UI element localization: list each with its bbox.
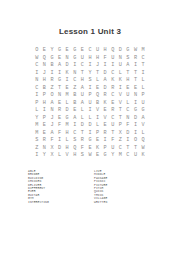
- grid-cell-r9c12: T: [117, 107, 125, 115]
- grid-cell-r2c3: G: [48, 55, 56, 63]
- grid-cell-r12c8: I: [86, 130, 94, 138]
- grid-cell-r14c10: P: [101, 145, 109, 153]
- grid-cell-r15c14: U: [132, 152, 140, 160]
- grid-cell-r9c5: D: [63, 107, 71, 115]
- grid-cell-r11c14: I: [132, 122, 140, 130]
- grid-cell-r4c11: C: [109, 70, 117, 78]
- grid-cell-r6c12: I: [117, 85, 125, 93]
- grid-cell-r7c8: P: [86, 92, 94, 100]
- grid-cell-r8c7: A: [79, 100, 87, 108]
- grid-cell-r2c4: E: [56, 55, 64, 63]
- grid-cell-r4c9: T: [94, 70, 102, 78]
- grid-cell-r13c15: Q: [139, 137, 147, 145]
- grid-cell-r2c12: N: [117, 55, 125, 63]
- grid-cell-r8c2: H: [41, 100, 49, 108]
- grid-cell-r10c3: J: [48, 115, 56, 123]
- grid-cell-r15c3: X: [48, 152, 56, 160]
- grid-cell-r4c8: Y: [86, 70, 94, 78]
- grid-cell-r2c6: G: [71, 55, 79, 63]
- grid-cell-r5c9: L: [94, 77, 102, 85]
- grid-cell-r9c11: R: [109, 107, 117, 115]
- grid-cell-r13c10: I: [101, 137, 109, 145]
- grid-cell-r8c10: K: [101, 100, 109, 108]
- grid-cell-r5c12: K: [117, 77, 125, 85]
- grid-cell-r8c15: U: [139, 100, 147, 108]
- grid-cell-r1c15: M: [139, 47, 147, 55]
- grid-cell-r4c2: J: [41, 70, 49, 78]
- grid-cell-r14c15: W: [139, 145, 147, 153]
- grid-cell-r10c2: P: [41, 115, 49, 123]
- grid-cell-r5c3: R: [48, 77, 56, 85]
- grid-cell-r12c11: T: [109, 130, 117, 138]
- grid-cell-r9c15: G: [139, 107, 147, 115]
- grid-cell-r15c15: K: [139, 152, 147, 160]
- grid-cell-r12c15: L: [139, 130, 147, 138]
- grid-cell-r5c8: S: [86, 77, 94, 85]
- grid-cell-r8c1: P: [33, 100, 41, 108]
- grid-cell-r14c11: U: [109, 145, 117, 153]
- grid-cell-r12c2: E: [41, 130, 49, 138]
- grid-cell-r6c9: E: [94, 85, 102, 93]
- grid-cell-r3c14: I: [132, 62, 140, 70]
- grid-cell-r6c10: D: [101, 85, 109, 93]
- grid-cell-r3c15: T: [139, 62, 147, 70]
- page-title: Lesson 1 Unit 3: [0, 27, 180, 36]
- grid-cell-r7c1: I: [33, 92, 41, 100]
- grid-cell-r7c5: M: [63, 92, 71, 100]
- grid-cell-r12c10: R: [101, 130, 109, 138]
- grid-cell-r15c9: E: [94, 152, 102, 160]
- grid-cell-r11c1: M: [33, 122, 41, 130]
- grid-cell-r1c6: G: [71, 47, 79, 55]
- grid-cell-r9c13: C: [124, 107, 132, 115]
- grid-cell-r15c1: I: [33, 152, 41, 160]
- grid-cell-r11c6: I: [71, 122, 79, 130]
- word-list-item: INTERESTING: [28, 201, 49, 204]
- grid-cell-r6c15: L: [139, 85, 147, 93]
- grid-cell-r11c11: U: [109, 122, 117, 130]
- grid-cell-r14c1: Z: [33, 145, 41, 153]
- word-list-item: WRITTEN: [94, 201, 107, 204]
- grid-cell-r11c9: L: [94, 122, 102, 130]
- grid-cell-r10c9: I: [94, 115, 102, 123]
- grid-cell-r1c12: D: [117, 47, 125, 55]
- grid-cell-r10c12: T: [117, 115, 125, 123]
- grid-cell-r8c9: B: [94, 100, 102, 108]
- grid-cell-r11c10: E: [101, 122, 109, 130]
- grid-cell-r1c9: U: [94, 47, 102, 55]
- grid-cell-r1c13: G: [124, 47, 132, 55]
- grid-cell-r7c13: U: [124, 92, 132, 100]
- grid-cell-r3c11: I: [109, 62, 117, 70]
- grid-cell-r10c4: E: [56, 115, 64, 123]
- grid-cell-r15c7: S: [79, 152, 87, 160]
- grid-cell-r12c5: H: [63, 130, 71, 138]
- grid-cell-r14c6: Q: [71, 145, 79, 153]
- grid-cell-r7c2: P: [41, 92, 49, 100]
- grid-cell-r3c13: A: [124, 62, 132, 70]
- grid-cell-r4c15: I: [139, 70, 147, 78]
- grid-cell-r14c3: X: [48, 145, 56, 153]
- grid-cell-r5c5: I: [63, 77, 71, 85]
- worksheet-page: Lesson 1 Unit 3 OEYGEGECUHQDGWMWQGENGUHH…: [0, 0, 180, 256]
- grid-cell-r14c12: C: [117, 145, 125, 153]
- grid-cell-r12c4: F: [56, 130, 64, 138]
- grid-cell-r10c5: G: [63, 115, 71, 123]
- grid-cell-r4c7: T: [79, 70, 87, 78]
- grid-cell-r7c11: C: [109, 92, 117, 100]
- grid-cell-r14c2: N: [41, 145, 49, 153]
- grid-cell-r8c13: L: [124, 100, 132, 108]
- grid-cell-r8c8: U: [86, 100, 94, 108]
- grid-cell-r9c7: L: [79, 107, 87, 115]
- grid-cell-r4c10: D: [101, 70, 109, 78]
- grid-cell-r6c3: Z: [48, 85, 56, 93]
- grid-cell-r5c10: A: [101, 77, 109, 85]
- grid-cell-r6c8: I: [86, 85, 94, 93]
- grid-cell-r1c10: H: [101, 47, 109, 55]
- grid-cell-r6c13: E: [124, 85, 132, 93]
- grid-cell-r14c7: F: [79, 145, 87, 153]
- grid-cell-r3c12: U: [117, 62, 125, 70]
- grid-cell-r12c1: M: [33, 130, 41, 138]
- grid-cell-r5c14: T: [132, 77, 140, 85]
- grid-cell-r6c2: B: [41, 85, 49, 93]
- grid-cell-r2c9: H: [94, 55, 102, 63]
- grid-cell-r12c3: A: [48, 130, 56, 138]
- grid-cell-r13c2: R: [41, 137, 49, 145]
- grid-cell-r9c8: I: [86, 107, 94, 115]
- grid-cell-r12c12: X: [117, 130, 125, 138]
- grid-cell-r9c1: L: [33, 107, 41, 115]
- grid-cell-r13c5: L: [63, 137, 71, 145]
- grid-cell-r6c7: A: [79, 85, 87, 93]
- grid-cell-r13c4: I: [56, 137, 64, 145]
- grid-cell-r8c3: A: [48, 100, 56, 108]
- grid-cell-r8c6: B: [71, 100, 79, 108]
- grid-cell-r1c11: Q: [109, 47, 117, 55]
- grid-cell-r4c13: T: [124, 70, 132, 78]
- grid-cell-r7c3: O: [48, 92, 56, 100]
- grid-cell-r2c14: R: [132, 55, 140, 63]
- grid-cell-r15c13: C: [124, 152, 132, 160]
- grid-cell-r3c6: I: [71, 62, 79, 70]
- grid-cell-r4c6: N: [71, 70, 79, 78]
- grid-cell-r8c14: I: [132, 100, 140, 108]
- grid-cell-r14c8: E: [86, 145, 94, 153]
- grid-cell-r8c5: L: [63, 100, 71, 108]
- grid-cell-r14c14: T: [132, 145, 140, 153]
- grid-cell-r7c6: B: [71, 92, 79, 100]
- grid-cell-r14c13: T: [124, 145, 132, 153]
- grid-cell-r5c7: H: [79, 77, 87, 85]
- grid-cell-r10c7: L: [79, 115, 87, 123]
- grid-cell-r2c5: N: [63, 55, 71, 63]
- grid-cell-r3c7: C: [79, 62, 87, 70]
- grid-cell-r3c5: D: [63, 62, 71, 70]
- grid-cell-r5c4: G: [56, 77, 64, 85]
- grid-cell-r11c15: V: [139, 122, 147, 130]
- grid-cell-r5c11: K: [109, 77, 117, 85]
- grid-cell-r10c13: N: [124, 115, 132, 123]
- grid-cell-r6c11: R: [109, 85, 117, 93]
- grid-cell-r14c4: D: [56, 145, 64, 153]
- grid-cell-r11c12: P: [117, 122, 125, 130]
- grid-cell-r13c7: R: [79, 137, 87, 145]
- grid-cell-r7c14: N: [132, 92, 140, 100]
- grid-cell-r15c8: W: [86, 152, 94, 160]
- grid-cell-r9c3: N: [48, 107, 56, 115]
- grid-cell-r11c8: D: [86, 122, 94, 130]
- grid-cell-r6c6: Z: [71, 85, 79, 93]
- grid-cell-r10c1: Y: [33, 115, 41, 123]
- grid-cell-r1c4: G: [56, 47, 64, 55]
- grid-cell-r15c6: H: [71, 152, 79, 160]
- grid-cell-r13c12: Z: [117, 137, 125, 145]
- grid-cell-r10c15: A: [139, 115, 147, 123]
- grid-cell-r2c15: C: [139, 55, 147, 63]
- grid-cell-r11c5: M: [63, 122, 71, 130]
- grid-cell-r13c13: I: [124, 137, 132, 145]
- grid-cell-r1c7: E: [79, 47, 87, 55]
- grid-cell-r4c5: K: [63, 70, 71, 78]
- grid-cell-r8c12: V: [117, 100, 125, 108]
- grid-cell-r10c8: L: [86, 115, 94, 123]
- grid-cell-r5c13: H: [124, 77, 132, 85]
- grid-cell-r2c2: Q: [41, 55, 49, 63]
- grid-cell-r1c1: O: [33, 47, 41, 55]
- grid-cell-r9c4: R: [56, 107, 64, 115]
- grid-cell-r10c11: C: [109, 115, 117, 123]
- grid-cell-r6c5: E: [63, 85, 71, 93]
- grid-cell-r3c2: N: [41, 62, 49, 70]
- grid-cell-r7c15: P: [139, 92, 147, 100]
- grid-cell-r10c14: D: [132, 115, 140, 123]
- grid-cell-r7c4: N: [56, 92, 64, 100]
- grid-cell-r8c4: E: [56, 100, 64, 108]
- grid-cell-r3c4: A: [56, 62, 64, 70]
- grid-cell-r15c12: M: [117, 152, 125, 160]
- grid-cell-r5c15: L: [139, 77, 147, 85]
- grid-cell-r1c2: E: [41, 47, 49, 55]
- word-list-right-column: LIVEMIDDLEPACKAGEPICNICPICTUREPITCHQUICK…: [94, 170, 107, 204]
- grid-cell-r4c14: T: [132, 70, 140, 78]
- grid-cell-r11c13: F: [124, 122, 132, 130]
- grid-cell-r9c6: E: [71, 107, 79, 115]
- grid-cell-r7c12: V: [117, 92, 125, 100]
- grid-cell-r12c6: C: [71, 130, 79, 138]
- grid-cell-r13c6: S: [71, 137, 79, 145]
- word-list-left-column: ABLEBRIDGEBUILDINGCHICKENDELIVERDIFFEREN…: [28, 170, 49, 204]
- grid-cell-r12c9: P: [94, 130, 102, 138]
- grid-cell-r4c1: I: [33, 70, 41, 78]
- grid-cell-r3c8: I: [86, 62, 94, 70]
- grid-cell-r15c5: V: [63, 152, 71, 160]
- grid-cell-r3c3: B: [48, 62, 56, 70]
- grid-cell-r6c14: E: [132, 85, 140, 93]
- grid-cell-r5c2: H: [41, 77, 49, 85]
- grid-cell-r11c4: F: [56, 122, 64, 130]
- grid-cell-r12c14: I: [132, 130, 140, 138]
- grid-cell-r9c9: V: [94, 107, 102, 115]
- grid-cell-r7c10: R: [101, 92, 109, 100]
- grid-cell-r9c14: G: [132, 107, 140, 115]
- grid-cell-r11c2: E: [41, 122, 49, 130]
- grid-cell-r5c6: C: [71, 77, 79, 85]
- grid-cell-r2c8: H: [86, 55, 94, 63]
- grid-cell-r1c5: E: [63, 47, 71, 55]
- grid-cell-r2c10: F: [101, 55, 109, 63]
- grid-cell-r1c8: C: [86, 47, 94, 55]
- grid-cell-r6c1: C: [33, 85, 41, 93]
- grid-cell-r12c7: T: [79, 130, 87, 138]
- grid-cell-r10c10: V: [101, 115, 109, 123]
- grid-cell-r2c7: U: [79, 55, 87, 63]
- grid-cell-r7c7: U: [79, 92, 87, 100]
- grid-cell-r4c3: I: [48, 70, 56, 78]
- grid-cell-r15c11: Y: [109, 152, 117, 160]
- grid-cell-r13c1: S: [33, 137, 41, 145]
- grid-cell-r13c8: G: [86, 137, 94, 145]
- grid-cell-r1c3: Y: [48, 47, 56, 55]
- grid-cell-r9c10: E: [101, 107, 109, 115]
- grid-cell-r11c3: J: [48, 122, 56, 130]
- grid-cell-r2c11: U: [109, 55, 117, 63]
- grid-cell-r11c7: D: [79, 122, 87, 130]
- grid-cell-r3c1: C: [33, 62, 41, 70]
- grid-cell-r7c9: Q: [94, 92, 102, 100]
- grid-cell-r4c12: L: [117, 70, 125, 78]
- grid-cell-r9c2: I: [41, 107, 49, 115]
- grid-cell-r13c9: E: [94, 137, 102, 145]
- grid-cell-r15c4: L: [56, 152, 64, 160]
- grid-cell-r12c13: D: [124, 130, 132, 138]
- grid-cell-r2c13: S: [124, 55, 132, 63]
- grid-cell-r2c1: W: [33, 55, 41, 63]
- grid-cell-r6c4: T: [56, 85, 64, 93]
- grid-cell-r4c4: I: [56, 70, 64, 78]
- grid-cell-r3c10: I: [101, 62, 109, 70]
- grid-cell-r14c5: H: [63, 145, 71, 153]
- grid-cell-r8c11: E: [109, 100, 117, 108]
- grid-cell-r13c11: F: [109, 137, 117, 145]
- grid-cell-r14c9: K: [94, 145, 102, 153]
- grid-cell-r15c10: G: [101, 152, 109, 160]
- grid-cell-r13c14: O: [132, 137, 140, 145]
- grid-cell-r3c9: J: [94, 62, 102, 70]
- grid-cell-r5c1: N: [33, 77, 41, 85]
- grid-cell-r10c6: A: [71, 115, 79, 123]
- grid-cell-r15c2: Y: [41, 152, 49, 160]
- grid-cell-r1c14: W: [132, 47, 140, 55]
- grid-cell-r13c3: F: [48, 137, 56, 145]
- word-search-grid: OEYGEGECUHQDGWMWQGENGUHHFUNSRCCNBADICIJI…: [33, 47, 147, 160]
